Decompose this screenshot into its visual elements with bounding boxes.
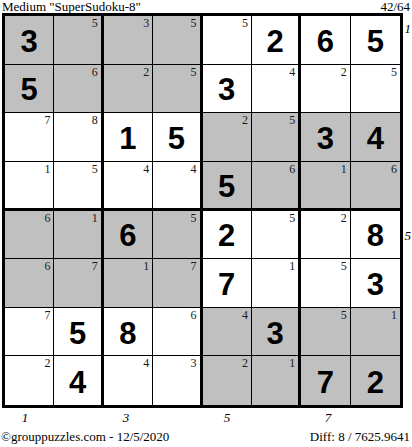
candidate-mark: 8 [92,113,98,127]
cell-r2c5[interactable]: 3 [203,65,252,114]
given-digit: 2 [218,217,235,251]
cell-r8c4[interactable]: 3 [153,356,202,405]
cell-r2c7[interactable]: 2 [301,65,350,114]
cell-r7c1[interactable]: 7 [5,308,54,357]
cell-r5c7[interactable]: 2 [301,211,350,260]
cell-r8c2[interactable]: 4 [54,356,103,405]
candidate-mark: 4 [191,162,197,176]
cell-r7c2[interactable]: 5 [54,308,103,357]
cell-r1c3[interactable]: 3 [104,16,153,65]
candidate-mark: 2 [44,356,50,370]
cell-r2c1[interactable]: 5 [5,65,54,114]
cell-r1c1[interactable]: 3 [5,16,54,65]
cell-r1c6[interactable]: 2 [252,16,301,65]
cell-r3c5[interactable]: 2 [203,113,252,162]
cell-r7c8[interactable]: 1 [351,308,400,357]
candidate-mark: 5 [92,162,98,176]
candidate-mark: 5 [289,211,295,225]
candidate-mark: 6 [44,259,50,273]
cell-r7c4[interactable]: 6 [153,308,202,357]
candidate-mark: 4 [143,162,149,176]
board: 3535526556253425781525341544561661652528… [2,13,403,408]
cell-r1c7[interactable]: 6 [301,16,350,65]
cell-r1c5[interactable]: 5 [203,16,252,65]
cell-r8c5[interactable]: 2 [203,356,252,405]
given-digit: 3 [367,266,384,300]
candidate-mark: 5 [191,211,197,225]
candidate-mark: 6 [289,162,295,176]
candidate-mark: 5 [191,16,197,30]
candidate-mark: 6 [391,162,397,176]
cell-r3c1[interactable]: 7 [5,113,54,162]
given-digit: 5 [367,23,384,57]
candidate-mark: 1 [391,308,397,322]
cell-r5c8[interactable]: 8 [351,211,400,260]
candidate-mark: 4 [289,65,295,79]
cell-r6c3[interactable]: 1 [104,259,153,308]
given-digit: 3 [21,23,38,57]
cell-r3c4[interactable]: 5 [153,113,202,162]
col-label-1: 1 [18,410,32,426]
cell-r7c3[interactable]: 8 [104,308,153,357]
cell-r8c8[interactable]: 2 [351,356,400,405]
cell-r6c4[interactable]: 7 [153,259,202,308]
col-label-5: 5 [220,410,234,426]
cell-r4c1[interactable]: 1 [5,162,54,211]
candidate-mark: 5 [242,16,248,30]
cell-r5c6[interactable]: 5 [252,211,301,260]
cell-r4c4[interactable]: 4 [153,162,202,211]
given-digit: 7 [317,364,334,398]
candidate-mark: 2 [341,211,347,225]
candidate-mark: 1 [92,211,98,225]
cell-r1c8[interactable]: 5 [351,16,400,65]
cell-r4c7[interactable]: 1 [301,162,350,211]
cell-r6c2[interactable]: 7 [54,259,103,308]
cell-r2c6[interactable]: 4 [252,65,301,114]
difficulty-text: Diff: 8 / 7625.9641 [310,429,410,445]
copyright-text: ©grouppuzzles.com - 12/5/2020 [1,429,169,445]
candidate-mark: 4 [242,308,248,322]
cell-r6c1[interactable]: 6 [5,259,54,308]
cell-r2c2[interactable]: 6 [54,65,103,114]
candidate-mark: 1 [143,259,149,273]
cell-r5c3[interactable]: 6 [104,211,153,260]
candidate-mark: 7 [191,259,197,273]
candidate-mark: 5 [391,65,397,79]
given-digit: 7 [218,266,235,300]
cell-r7c6[interactable]: 3 [252,308,301,357]
row-label-1: 1 [405,21,412,37]
candidate-mark: 7 [44,308,50,322]
given-digit: 1 [119,120,136,154]
candidate-mark: 6 [44,211,50,225]
cell-r2c3[interactable]: 2 [104,65,153,114]
given-digit: 3 [317,120,334,154]
given-digit: 5 [21,71,38,105]
given-digit: 5 [168,120,185,154]
given-digit: 2 [367,364,384,398]
candidate-mark: 5 [341,308,347,322]
cell-r8c3[interactable]: 4 [104,356,153,405]
cell-r2c4[interactable]: 5 [153,65,202,114]
candidate-mark: 1 [289,259,295,273]
given-digit: 3 [266,315,283,349]
cell-r5c2[interactable]: 1 [54,211,103,260]
cell-r2c8[interactable]: 5 [351,65,400,114]
cell-r8c6[interactable]: 1 [252,356,301,405]
cell-r4c6[interactable]: 6 [252,162,301,211]
cell-r6c7[interactable]: 5 [301,259,350,308]
cell-r5c4[interactable]: 5 [153,211,202,260]
candidate-mark: 7 [92,259,98,273]
candidate-mark: 6 [191,308,197,322]
cell-r3c7[interactable]: 3 [301,113,350,162]
candidate-mark: 6 [92,65,98,79]
candidate-mark: 2 [143,65,149,79]
cell-r7c7[interactable]: 5 [301,308,350,357]
col-label-7: 7 [321,410,335,426]
candidate-mark: 2 [242,356,248,370]
candidate-mark: 1 [341,162,347,176]
candidate-mark: 2 [242,113,248,127]
cell-r4c3[interactable]: 4 [104,162,153,211]
candidate-mark: 1 [289,356,295,370]
given-digit: 5 [69,315,86,349]
cell-r4c2[interactable]: 5 [54,162,103,211]
candidate-mark: 7 [44,113,50,127]
candidate-mark: 3 [143,16,149,30]
cell-r6c6[interactable]: 1 [252,259,301,308]
cell-r6c8[interactable]: 3 [351,259,400,308]
cell-r3c2[interactable]: 8 [54,113,103,162]
given-digit: 8 [119,315,136,349]
given-digit: 3 [218,71,235,105]
given-digit: 5 [218,168,235,202]
cell-r3c3[interactable]: 1 [104,113,153,162]
candidate-mark: 1 [44,162,50,176]
candidate-mark: 2 [341,65,347,79]
candidate-mark: 5 [289,113,295,127]
cell-r5c5[interactable]: 2 [203,211,252,260]
cell-r1c2[interactable]: 5 [54,16,103,65]
cell-r1c4[interactable]: 5 [153,16,202,65]
candidate-mark: 5 [341,259,347,273]
cell-r8c1[interactable]: 2 [5,356,54,405]
col-label-3: 3 [119,410,133,426]
cell-r8c7[interactable]: 7 [301,356,350,405]
cell-r3c8[interactable]: 4 [351,113,400,162]
cell-r5c1[interactable]: 6 [5,211,54,260]
puzzle-page: Medium "SuperSudoku-8" 42/64 35355265562… [0,0,412,447]
given-digit: 8 [367,217,384,251]
given-digit: 4 [69,364,86,398]
given-digit: 6 [317,23,334,57]
cell-r6c5[interactable]: 7 [203,259,252,308]
cell-r4c5[interactable]: 5 [203,162,252,211]
candidate-mark: 3 [191,356,197,370]
given-digit: 2 [266,23,283,57]
cell-r4c8[interactable]: 6 [351,162,400,211]
candidate-mark: 4 [143,356,149,370]
candidate-mark: 5 [92,16,98,30]
cell-r7c5[interactable]: 4 [203,308,252,357]
candidate-mark: 5 [191,65,197,79]
row-label-5: 5 [405,228,412,244]
given-digit: 6 [119,217,136,251]
given-digit: 4 [367,120,384,154]
cell-r3c6[interactable]: 5 [252,113,301,162]
